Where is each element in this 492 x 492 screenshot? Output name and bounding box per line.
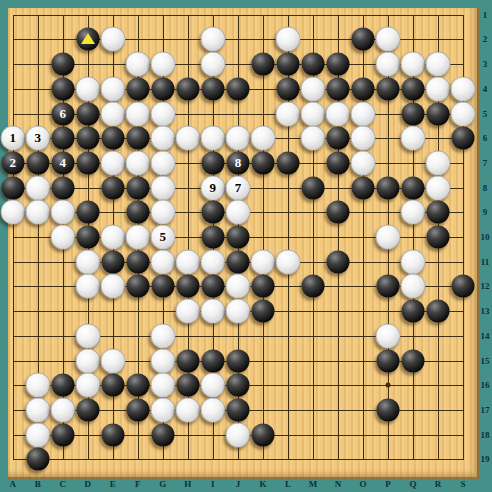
black-stone-E16[interactable]: [101, 374, 124, 397]
white-stone-C10[interactable]: [50, 225, 75, 250]
white-stone-K6[interactable]: [250, 126, 275, 151]
black-stone-F8[interactable]: [126, 176, 149, 199]
column-label-B: B: [31, 479, 45, 489]
row-label-15: 15: [478, 356, 492, 366]
black-stone-G12[interactable]: [151, 275, 174, 298]
column-label-L: L: [281, 479, 295, 489]
black-stone-D7[interactable]: [76, 151, 99, 174]
black-stone-J17[interactable]: [226, 398, 249, 421]
black-stone-L3[interactable]: [276, 53, 299, 76]
black-stone-N6[interactable]: [326, 127, 349, 150]
black-stone-A8[interactable]: [1, 176, 24, 199]
row-label-1: 1: [478, 10, 492, 20]
white-stone-I11[interactable]: [200, 249, 225, 274]
white-stone-J13[interactable]: [225, 299, 250, 324]
white-stone-H13[interactable]: [175, 299, 200, 324]
black-stone-S12[interactable]: [452, 275, 475, 298]
row-label-5: 5: [478, 109, 492, 119]
black-stone-M8[interactable]: [301, 176, 324, 199]
black-stone-K12[interactable]: [251, 275, 274, 298]
black-stone-R13[interactable]: [427, 300, 450, 323]
white-stone-P2[interactable]: [376, 27, 401, 52]
black-stone-I12[interactable]: [201, 275, 224, 298]
black-stone-H16[interactable]: [176, 374, 199, 397]
white-stone-G8[interactable]: [150, 175, 175, 200]
white-stone-A9[interactable]: [0, 200, 25, 225]
column-label-Q: Q: [406, 479, 420, 489]
white-stone-Q11[interactable]: [401, 249, 426, 274]
black-stone-Q8[interactable]: [402, 176, 425, 199]
white-stone-L5[interactable]: [275, 101, 300, 126]
black-stone-F12[interactable]: [126, 275, 149, 298]
white-stone-E2[interactable]: [100, 27, 125, 52]
row-label-14: 14: [478, 331, 492, 341]
move-number-7: 7: [235, 181, 242, 194]
white-stone-G16[interactable]: [150, 373, 175, 398]
black-stone-Q13[interactable]: [402, 300, 425, 323]
black-stone-H15[interactable]: [176, 349, 199, 372]
black-stone-J10[interactable]: [226, 226, 249, 249]
black-stone-P15[interactable]: [377, 349, 400, 372]
white-stone-F3[interactable]: [125, 52, 150, 77]
black-stone-I4[interactable]: [201, 77, 224, 100]
black-stone-I7[interactable]: [201, 151, 224, 174]
white-stone-P3[interactable]: [376, 52, 401, 77]
white-stone-R7[interactable]: [426, 150, 451, 175]
black-stone-O4[interactable]: [351, 77, 374, 100]
black-stone-C3[interactable]: [51, 53, 74, 76]
black-stone-R5[interactable]: [427, 102, 450, 125]
black-stone-R10[interactable]: [427, 226, 450, 249]
row-label-16: 16: [478, 380, 492, 390]
move-number-6: 6: [59, 107, 66, 120]
grid-line: [13, 15, 14, 461]
move-number-9: 9: [210, 181, 217, 194]
white-stone-D11[interactable]: [75, 249, 100, 274]
black-stone-F11[interactable]: [126, 250, 149, 273]
white-stone-R3[interactable]: [426, 52, 451, 77]
column-label-I: I: [206, 479, 220, 489]
black-stone-N7[interactable]: [326, 151, 349, 174]
black-stone-H4[interactable]: [176, 77, 199, 100]
white-stone-S5[interactable]: [451, 101, 476, 126]
row-label-19: 19: [478, 454, 492, 464]
row-label-9: 9: [478, 207, 492, 217]
white-stone-I3[interactable]: [200, 52, 225, 77]
row-label-7: 7: [478, 158, 492, 168]
black-stone-G18[interactable]: [151, 423, 174, 446]
row-label-11: 11: [478, 257, 492, 267]
black-stone-K13[interactable]: [251, 300, 274, 323]
white-stone-E12[interactable]: [100, 274, 125, 299]
black-stone-F6[interactable]: [126, 127, 149, 150]
black-stone-J4[interactable]: [226, 77, 249, 100]
white-stone-P14[interactable]: [376, 323, 401, 348]
black-stone-Q4[interactable]: [402, 77, 425, 100]
black-stone-I15[interactable]: [201, 349, 224, 372]
column-label-G: G: [156, 479, 170, 489]
row-label-12: 12: [478, 281, 492, 291]
white-stone-G14[interactable]: [150, 323, 175, 348]
move-number-2: 2: [9, 156, 16, 169]
move-number-5: 5: [160, 230, 167, 243]
go-board[interactable]: 613248975: [8, 8, 479, 479]
white-stone-E7[interactable]: [100, 150, 125, 175]
column-label-E: E: [106, 479, 120, 489]
black-stone-K3[interactable]: [251, 53, 274, 76]
row-label-13: 13: [478, 306, 492, 316]
go-diagram: 613248975 ABCDEFGHIJKLMNOPQRS12345678910…: [0, 0, 492, 492]
white-stone-E15[interactable]: [100, 348, 125, 373]
column-label-J: J: [231, 479, 245, 489]
white-stone-G15[interactable]: [150, 348, 175, 373]
column-label-D: D: [81, 479, 95, 489]
black-stone-P4[interactable]: [377, 77, 400, 100]
white-stone-R8[interactable]: [426, 175, 451, 200]
white-stone-O6[interactable]: [350, 126, 375, 151]
row-label-4: 4: [478, 84, 492, 94]
white-stone-G5[interactable]: [150, 101, 175, 126]
black-stone-F9[interactable]: [126, 201, 149, 224]
black-stone-O8[interactable]: [351, 176, 374, 199]
black-stone-P8[interactable]: [377, 176, 400, 199]
star-point: [386, 383, 391, 388]
black-stone-J15[interactable]: [226, 349, 249, 372]
white-stone-B16[interactable]: [25, 373, 50, 398]
white-stone-G11[interactable]: [150, 249, 175, 274]
column-label-R: R: [431, 479, 445, 489]
white-stone-G6[interactable]: [150, 126, 175, 151]
white-stone-Q6[interactable]: [401, 126, 426, 151]
white-stone-L2[interactable]: [275, 27, 300, 52]
row-label-3: 3: [478, 59, 492, 69]
column-label-M: M: [306, 479, 320, 489]
black-stone-S6[interactable]: [452, 127, 475, 150]
white-stone-M5[interactable]: [300, 101, 325, 126]
black-stone-D10[interactable]: [76, 226, 99, 249]
white-stone-I6[interactable]: [200, 126, 225, 151]
white-stone-D14[interactable]: [75, 323, 100, 348]
white-stone-B9[interactable]: [25, 200, 50, 225]
black-stone-C6[interactable]: [51, 127, 74, 150]
white-stone-G17[interactable]: [150, 397, 175, 422]
white-stone-P10[interactable]: [376, 225, 401, 250]
column-label-H: H: [181, 479, 195, 489]
black-stone-Q15[interactable]: [402, 349, 425, 372]
white-stone-D16[interactable]: [75, 373, 100, 398]
white-stone-H6[interactable]: [175, 126, 200, 151]
white-stone-D4[interactable]: [75, 76, 100, 101]
black-stone-O2[interactable]: [351, 28, 374, 51]
white-stone-C9[interactable]: [50, 200, 75, 225]
white-stone-D15[interactable]: [75, 348, 100, 373]
grid-line: [263, 15, 264, 461]
black-stone-N9[interactable]: [326, 201, 349, 224]
white-stone-D12[interactable]: [75, 274, 100, 299]
black-stone-M12[interactable]: [301, 275, 324, 298]
black-stone-F17[interactable]: [126, 398, 149, 421]
black-stone-G4[interactable]: [151, 77, 174, 100]
white-stone-C17[interactable]: [50, 397, 75, 422]
black-stone-N11[interactable]: [326, 250, 349, 273]
black-stone-K18[interactable]: [251, 423, 274, 446]
move-number-1: 1: [9, 131, 16, 144]
row-label-6: 6: [478, 133, 492, 143]
move-number-4: 4: [59, 156, 66, 169]
white-stone-J6[interactable]: [225, 126, 250, 151]
black-stone-N4[interactable]: [326, 77, 349, 100]
white-stone-F10[interactable]: [125, 225, 150, 250]
black-stone-E11[interactable]: [101, 250, 124, 273]
white-stone-F5[interactable]: [125, 101, 150, 126]
white-stone-M6[interactable]: [300, 126, 325, 151]
black-stone-L7[interactable]: [276, 151, 299, 174]
black-stone-E6[interactable]: [101, 127, 124, 150]
white-stone-Q12[interactable]: [401, 274, 426, 299]
row-label-8: 8: [478, 183, 492, 193]
white-stone-G7[interactable]: [150, 150, 175, 175]
white-stone-H11[interactable]: [175, 249, 200, 274]
black-stone-E8[interactable]: [101, 176, 124, 199]
white-stone-O5[interactable]: [350, 101, 375, 126]
black-stone-M3[interactable]: [301, 53, 324, 76]
white-stone-H17[interactable]: [175, 397, 200, 422]
row-label-17: 17: [478, 405, 492, 415]
black-stone-J16[interactable]: [226, 374, 249, 397]
white-stone-I16[interactable]: [200, 373, 225, 398]
black-stone-C18[interactable]: [51, 423, 74, 446]
black-stone-D17[interactable]: [76, 398, 99, 421]
white-stone-I13[interactable]: [200, 299, 225, 324]
column-label-C: C: [56, 479, 70, 489]
black-stone-D5[interactable]: [76, 102, 99, 125]
white-stone-O7[interactable]: [350, 150, 375, 175]
column-label-O: O: [356, 479, 370, 489]
white-stone-B18[interactable]: [25, 422, 50, 447]
white-stone-Q3[interactable]: [401, 52, 426, 77]
white-stone-G9[interactable]: [150, 200, 175, 225]
white-stone-I17[interactable]: [200, 397, 225, 422]
white-stone-E5[interactable]: [100, 101, 125, 126]
white-stone-G3[interactable]: [150, 52, 175, 77]
black-stone-H12[interactable]: [176, 275, 199, 298]
white-stone-I2[interactable]: [200, 27, 225, 52]
black-stone-K7[interactable]: [251, 151, 274, 174]
black-stone-L4[interactable]: [276, 77, 299, 100]
black-stone-E18[interactable]: [101, 423, 124, 446]
black-stone-I10[interactable]: [201, 226, 224, 249]
triangle-marker: [81, 33, 95, 44]
move-number-8: 8: [235, 156, 242, 169]
white-stone-K11[interactable]: [250, 249, 275, 274]
column-label-A: A: [6, 479, 20, 489]
black-stone-J11[interactable]: [226, 250, 249, 273]
white-stone-L11[interactable]: [275, 249, 300, 274]
white-stone-N5[interactable]: [325, 101, 350, 126]
white-stone-J18[interactable]: [225, 422, 250, 447]
move-number-3: 3: [34, 131, 41, 144]
white-stone-S4[interactable]: [451, 76, 476, 101]
column-label-S: S: [456, 479, 470, 489]
black-stone-C16[interactable]: [51, 374, 74, 397]
white-stone-B17[interactable]: [25, 397, 50, 422]
black-stone-D6[interactable]: [76, 127, 99, 150]
black-stone-D9[interactable]: [76, 201, 99, 224]
column-label-K: K: [256, 479, 270, 489]
white-stone-Q9[interactable]: [401, 200, 426, 225]
black-stone-I9[interactable]: [201, 201, 224, 224]
black-stone-B19[interactable]: [26, 448, 49, 471]
row-label-2: 2: [478, 34, 492, 44]
white-stone-E4[interactable]: [100, 76, 125, 101]
white-stone-J9[interactable]: [225, 200, 250, 225]
white-stone-J12[interactable]: [225, 274, 250, 299]
column-label-N: N: [331, 479, 345, 489]
black-stone-C4[interactable]: [51, 77, 74, 100]
row-label-10: 10: [478, 232, 492, 242]
row-label-18: 18: [478, 430, 492, 440]
black-stone-B7[interactable]: [26, 151, 49, 174]
black-stone-N3[interactable]: [326, 53, 349, 76]
white-stone-M4[interactable]: [300, 76, 325, 101]
white-stone-R4[interactable]: [426, 76, 451, 101]
black-stone-Q5[interactable]: [402, 102, 425, 125]
black-stone-F4[interactable]: [126, 77, 149, 100]
column-label-F: F: [131, 479, 145, 489]
black-stone-R9[interactable]: [427, 201, 450, 224]
white-stone-F7[interactable]: [125, 150, 150, 175]
black-stone-C8[interactable]: [51, 176, 74, 199]
black-stone-P12[interactable]: [377, 275, 400, 298]
white-stone-E10[interactable]: [100, 225, 125, 250]
black-stone-F16[interactable]: [126, 374, 149, 397]
black-stone-P17[interactable]: [377, 398, 400, 421]
white-stone-B8[interactable]: [25, 175, 50, 200]
column-label-P: P: [381, 479, 395, 489]
